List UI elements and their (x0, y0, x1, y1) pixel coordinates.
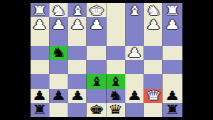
square-b6[interactable] (144, 74, 163, 88)
square-f3[interactable] (68, 32, 87, 46)
square-e1[interactable]: ♚ (87, 3, 106, 17)
square-d3[interactable] (106, 32, 125, 46)
square-b2[interactable]: ♟ (144, 17, 163, 31)
black-pawn-piece[interactable]: ♟ (32, 89, 48, 102)
white-pawn-piece[interactable]: ♟ (146, 18, 162, 31)
square-h8[interactable]: ♜ (30, 103, 49, 117)
square-a2[interactable]: ♟ (163, 17, 182, 31)
white-knight-piece[interactable]: ♞ (146, 4, 162, 17)
black-bishop-piece[interactable]: ♝ (89, 75, 105, 88)
white-bishop-piece[interactable]: ♝ (70, 4, 86, 17)
square-d6[interactable]: ♝ (106, 74, 125, 88)
square-h6[interactable] (30, 74, 49, 88)
square-e7[interactable] (87, 89, 106, 103)
black-pawn-piece[interactable]: ♟ (127, 89, 143, 102)
square-d4[interactable] (106, 46, 125, 60)
square-e6[interactable]: ♝ (87, 74, 106, 88)
square-c3[interactable] (125, 32, 144, 46)
square-c8[interactable] (125, 103, 144, 117)
square-b3[interactable] (144, 32, 163, 46)
square-h4[interactable] (30, 46, 49, 60)
square-f1[interactable]: ♝ (68, 3, 87, 17)
square-f2[interactable]: ♟ (68, 17, 87, 31)
square-c2[interactable] (125, 17, 144, 31)
square-g7[interactable]: ♟ (49, 89, 68, 103)
black-rook-piece[interactable]: ♜ (32, 103, 48, 116)
chess-board: ♜♞♝♚♝♞♜♟♟♟♟♟♟♞♟♝♝♟♟♟♞♟♛♟♜♚♛♜ (30, 3, 182, 117)
square-f5[interactable] (68, 60, 87, 74)
square-d8[interactable]: ♛ (106, 103, 125, 117)
square-a7[interactable]: ♟ (163, 89, 182, 103)
square-c7[interactable]: ♟ (125, 89, 144, 103)
black-pawn-piece[interactable]: ♟ (70, 89, 86, 102)
square-h7[interactable]: ♟ (30, 89, 49, 103)
white-rook-piece[interactable]: ♜ (165, 4, 181, 17)
square-g6[interactable] (49, 74, 68, 88)
square-c6[interactable] (125, 74, 144, 88)
square-e8[interactable]: ♚ (87, 103, 106, 117)
white-king-piece[interactable]: ♚ (89, 4, 105, 17)
square-d7[interactable]: ♞ (106, 89, 125, 103)
square-a6[interactable] (163, 74, 182, 88)
black-rook-piece[interactable]: ♜ (165, 103, 181, 116)
square-a3[interactable] (163, 32, 182, 46)
white-pawn-piece[interactable]: ♟ (127, 46, 143, 59)
square-b8[interactable] (144, 103, 163, 117)
square-g2[interactable]: ♟ (49, 17, 68, 31)
white-pawn-piece[interactable]: ♟ (89, 18, 105, 31)
square-b7[interactable]: ♛ (144, 89, 163, 103)
square-h2[interactable]: ♟ (30, 17, 49, 31)
square-h1[interactable]: ♜ (30, 3, 49, 17)
white-pawn-piece[interactable]: ♟ (32, 18, 48, 31)
square-b4[interactable] (144, 46, 163, 60)
square-c4[interactable]: ♟ (125, 46, 144, 60)
square-g4[interactable]: ♞ (49, 46, 68, 60)
square-f6[interactable] (68, 74, 87, 88)
square-e3[interactable] (87, 32, 106, 46)
square-d2[interactable] (106, 17, 125, 31)
square-e5[interactable] (87, 60, 106, 74)
square-e2[interactable]: ♟ (87, 17, 106, 31)
white-pawn-piece[interactable]: ♟ (51, 18, 67, 31)
square-f8[interactable] (68, 103, 87, 117)
square-g5[interactable] (49, 60, 68, 74)
square-a1[interactable]: ♜ (163, 3, 182, 17)
square-g8[interactable] (49, 103, 68, 117)
black-knight-piece[interactable]: ♞ (51, 46, 67, 59)
square-c5[interactable] (125, 60, 144, 74)
square-a8[interactable]: ♜ (163, 103, 182, 117)
black-pawn-piece[interactable]: ♟ (165, 89, 181, 102)
square-b5[interactable] (144, 60, 163, 74)
white-pawn-piece[interactable]: ♟ (70, 18, 86, 31)
square-a4[interactable] (163, 46, 182, 60)
square-d5[interactable] (106, 60, 125, 74)
square-g3[interactable] (49, 32, 68, 46)
square-b1[interactable]: ♞ (144, 3, 163, 17)
black-queen-piece[interactable]: ♛ (108, 103, 124, 116)
square-h5[interactable] (30, 60, 49, 74)
square-f4[interactable] (68, 46, 87, 60)
square-a5[interactable] (163, 60, 182, 74)
square-f7[interactable]: ♟ (68, 89, 87, 103)
square-e4[interactable] (87, 46, 106, 60)
square-g1[interactable]: ♞ (49, 3, 68, 17)
white-pawn-piece[interactable]: ♟ (165, 18, 181, 31)
white-queen-piece[interactable]: ♛ (146, 89, 162, 102)
square-d1[interactable] (106, 3, 125, 17)
white-rook-piece[interactable]: ♜ (32, 4, 48, 17)
video-frame: ♜♞♝♚♝♞♜♟♟♟♟♟♟♞♟♝♝♟♟♟♞♟♛♟♜♚♛♜ (0, 0, 213, 120)
black-knight-piece[interactable]: ♞ (108, 89, 124, 102)
white-bishop-piece[interactable]: ♝ (127, 4, 143, 17)
square-c1[interactable]: ♝ (125, 3, 144, 17)
square-h3[interactable] (30, 32, 49, 46)
white-knight-piece[interactable]: ♞ (51, 4, 67, 17)
black-king-piece[interactable]: ♚ (89, 103, 105, 116)
stretched-game-frame: ♜♞♝♚♝♞♜♟♟♟♟♟♟♞♟♝♝♟♟♟♞♟♛♟♜♚♛♜ (0, 0, 213, 120)
black-pawn-piece[interactable]: ♟ (51, 89, 67, 102)
black-bishop-piece[interactable]: ♝ (108, 75, 124, 88)
